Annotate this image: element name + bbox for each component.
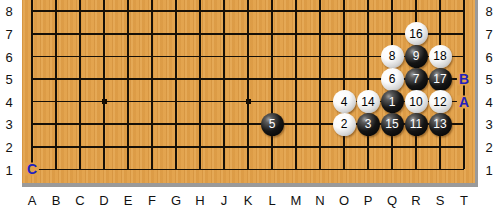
intersection-C4[interactable] bbox=[68, 90, 92, 113]
column-label-K: K bbox=[244, 194, 253, 207]
intersection-F8[interactable] bbox=[140, 0, 164, 23]
row-label-left-8: 8 bbox=[5, 5, 12, 18]
intersection-H2[interactable] bbox=[188, 136, 212, 159]
intersection-K6[interactable] bbox=[236, 45, 260, 68]
go-diagram: 1689186717B41411012A523151113C ABCDEFGHJ… bbox=[0, 0, 500, 212]
intersection-S6[interactable]: 18 bbox=[428, 45, 452, 68]
intersection-G1[interactable] bbox=[164, 158, 188, 181]
intersection-S2[interactable] bbox=[428, 136, 452, 159]
black-stone-Q4[interactable]: 1 bbox=[381, 90, 404, 113]
move-number: 18 bbox=[433, 50, 446, 62]
intersection-C8[interactable] bbox=[68, 0, 92, 23]
intersection-D1[interactable] bbox=[92, 158, 116, 181]
intersection-O5[interactable] bbox=[332, 68, 356, 91]
column-label-S: S bbox=[436, 194, 445, 207]
black-stone-P3[interactable]: 3 bbox=[357, 113, 380, 136]
intersection-J5[interactable] bbox=[212, 68, 236, 91]
intersection-F3[interactable] bbox=[140, 113, 164, 136]
intersection-G2[interactable] bbox=[164, 136, 188, 159]
column-label-L: L bbox=[268, 194, 275, 207]
move-number: 14 bbox=[361, 96, 374, 108]
intersection-F2[interactable] bbox=[140, 136, 164, 159]
intersection-B5[interactable] bbox=[44, 68, 68, 91]
intersection-A3[interactable] bbox=[20, 113, 44, 136]
intersection-B1[interactable] bbox=[44, 158, 68, 181]
intersection-N3[interactable] bbox=[308, 113, 332, 136]
row-label-right-2: 2 bbox=[485, 140, 492, 153]
row-label-left-7: 7 bbox=[5, 27, 12, 40]
intersection-N7[interactable] bbox=[308, 23, 332, 46]
intersection-M3[interactable] bbox=[284, 113, 308, 136]
star-point-K4 bbox=[246, 99, 251, 104]
intersection-H7[interactable] bbox=[188, 23, 212, 46]
row-label-left-6: 6 bbox=[5, 50, 12, 63]
intersection-T8[interactable] bbox=[452, 0, 476, 23]
intersection-R5[interactable]: 7 bbox=[404, 68, 428, 91]
intersection-L1[interactable] bbox=[260, 158, 284, 181]
intersection-P3[interactable]: 3 bbox=[356, 113, 380, 136]
intersection-C2[interactable] bbox=[68, 136, 92, 159]
move-number: 10 bbox=[409, 96, 422, 108]
move-number: 17 bbox=[433, 73, 446, 85]
intersection-L7[interactable] bbox=[260, 23, 284, 46]
intersection-H1[interactable] bbox=[188, 158, 212, 181]
intersection-M4[interactable] bbox=[284, 90, 308, 113]
intersection-P2[interactable] bbox=[356, 136, 380, 159]
white-stone-Q6[interactable]: 8 bbox=[381, 45, 404, 68]
intersection-K2[interactable] bbox=[236, 136, 260, 159]
intersection-J1[interactable] bbox=[212, 158, 236, 181]
row-label-right-3: 3 bbox=[485, 118, 492, 131]
intersection-L6[interactable] bbox=[260, 45, 284, 68]
move-number: 12 bbox=[433, 96, 446, 108]
white-stone-O4[interactable]: 4 bbox=[333, 90, 356, 113]
intersection-M6[interactable] bbox=[284, 45, 308, 68]
white-stone-R4[interactable]: 10 bbox=[405, 90, 428, 113]
intersection-Q4[interactable]: 1 bbox=[380, 90, 404, 113]
black-stone-L3[interactable]: 5 bbox=[261, 113, 284, 136]
intersection-A5[interactable] bbox=[20, 68, 44, 91]
intersection-P5[interactable] bbox=[356, 68, 380, 91]
intersection-R2[interactable] bbox=[404, 136, 428, 159]
intersection-S4[interactable]: 12 bbox=[428, 90, 452, 113]
intersection-J4[interactable] bbox=[212, 90, 236, 113]
intersection-K7[interactable] bbox=[236, 23, 260, 46]
intersection-C6[interactable] bbox=[68, 45, 92, 68]
black-stone-R3[interactable]: 11 bbox=[405, 113, 428, 136]
intersection-O6[interactable] bbox=[332, 45, 356, 68]
move-number: 6 bbox=[389, 73, 396, 85]
intersection-G7[interactable] bbox=[164, 23, 188, 46]
intersection-D8[interactable] bbox=[92, 0, 116, 23]
intersection-F7[interactable] bbox=[140, 23, 164, 46]
point-mark-A: A bbox=[457, 95, 471, 108]
intersection-K4[interactable] bbox=[236, 90, 260, 113]
board-grid: 1689186717B41411012A523151113C bbox=[20, 0, 476, 181]
intersection-C1[interactable] bbox=[68, 158, 92, 181]
intersection-R4[interactable]: 10 bbox=[404, 90, 428, 113]
intersection-H6[interactable] bbox=[188, 45, 212, 68]
intersection-P1[interactable] bbox=[356, 158, 380, 181]
intersection-H5[interactable] bbox=[188, 68, 212, 91]
intersection-M8[interactable] bbox=[284, 0, 308, 23]
black-stone-R5[interactable]: 7 bbox=[405, 68, 428, 91]
column-label-H: H bbox=[195, 194, 204, 207]
move-number: 16 bbox=[409, 28, 422, 40]
point-mark-B: B bbox=[457, 73, 471, 86]
intersection-G4[interactable] bbox=[164, 90, 188, 113]
row-label-right-1: 1 bbox=[485, 163, 492, 176]
intersection-B4[interactable] bbox=[44, 90, 68, 113]
intersection-O7[interactable] bbox=[332, 23, 356, 46]
intersection-B7[interactable] bbox=[44, 23, 68, 46]
column-label-A: A bbox=[28, 194, 37, 207]
intersection-S7[interactable] bbox=[428, 23, 452, 46]
intersection-Q2[interactable] bbox=[380, 136, 404, 159]
column-label-F: F bbox=[148, 194, 156, 207]
intersection-Q6[interactable]: 8 bbox=[380, 45, 404, 68]
intersection-C5[interactable] bbox=[68, 68, 92, 91]
row-label-right-7: 7 bbox=[485, 27, 492, 40]
intersection-O4[interactable]: 4 bbox=[332, 90, 356, 113]
move-number: 2 bbox=[341, 118, 348, 130]
white-stone-S6[interactable]: 18 bbox=[429, 45, 452, 68]
row-label-left-5: 5 bbox=[5, 73, 12, 86]
intersection-F5[interactable] bbox=[140, 68, 164, 91]
intersection-F1[interactable] bbox=[140, 158, 164, 181]
intersection-T6[interactable] bbox=[452, 45, 476, 68]
column-label-J: J bbox=[221, 194, 228, 207]
intersection-T5[interactable]: B bbox=[452, 68, 476, 91]
intersection-O1[interactable] bbox=[332, 158, 356, 181]
intersection-L2[interactable] bbox=[260, 136, 284, 159]
intersection-A2[interactable] bbox=[20, 136, 44, 159]
intersection-J8[interactable] bbox=[212, 0, 236, 23]
intersection-E3[interactable] bbox=[116, 113, 140, 136]
move-number: 5 bbox=[269, 118, 276, 130]
intersection-R3[interactable]: 11 bbox=[404, 113, 428, 136]
intersection-S8[interactable] bbox=[428, 0, 452, 23]
column-label-E: E bbox=[124, 194, 133, 207]
intersection-L5[interactable] bbox=[260, 68, 284, 91]
intersection-J3[interactable] bbox=[212, 113, 236, 136]
intersection-P6[interactable] bbox=[356, 45, 380, 68]
intersection-B2[interactable] bbox=[44, 136, 68, 159]
intersection-R7[interactable]: 16 bbox=[404, 23, 428, 46]
intersection-T1[interactable] bbox=[452, 158, 476, 181]
black-stone-Q3[interactable]: 15 bbox=[381, 113, 404, 136]
intersection-E5[interactable] bbox=[116, 68, 140, 91]
intersection-J6[interactable] bbox=[212, 45, 236, 68]
row-label-left-4: 4 bbox=[5, 95, 12, 108]
intersection-N6[interactable] bbox=[308, 45, 332, 68]
intersection-S5[interactable]: 17 bbox=[428, 68, 452, 91]
row-label-right-4: 4 bbox=[485, 95, 492, 108]
intersection-C3[interactable] bbox=[68, 113, 92, 136]
column-label-O: O bbox=[339, 194, 349, 207]
move-number: 9 bbox=[413, 50, 420, 62]
intersection-Q1[interactable] bbox=[380, 158, 404, 181]
intersection-N1[interactable] bbox=[308, 158, 332, 181]
intersection-M2[interactable] bbox=[284, 136, 308, 159]
row-label-left-3: 3 bbox=[5, 118, 12, 131]
intersection-H3[interactable] bbox=[188, 113, 212, 136]
black-stone-S5[interactable]: 17 bbox=[429, 68, 452, 91]
intersection-A7[interactable] bbox=[20, 23, 44, 46]
column-label-C: C bbox=[75, 194, 84, 207]
column-label-Q: Q bbox=[387, 194, 397, 207]
intersection-L3[interactable]: 5 bbox=[260, 113, 284, 136]
intersection-O2[interactable] bbox=[332, 136, 356, 159]
intersection-A8[interactable] bbox=[20, 0, 44, 23]
intersection-J2[interactable] bbox=[212, 136, 236, 159]
intersection-D2[interactable] bbox=[92, 136, 116, 159]
move-number: 15 bbox=[385, 118, 398, 130]
move-number: 3 bbox=[365, 118, 372, 130]
intersection-R8[interactable] bbox=[404, 0, 428, 23]
intersection-M1[interactable] bbox=[284, 158, 308, 181]
intersection-N4[interactable] bbox=[308, 90, 332, 113]
intersection-K1[interactable] bbox=[236, 158, 260, 181]
column-label-R: R bbox=[411, 194, 420, 207]
intersection-H4[interactable] bbox=[188, 90, 212, 113]
intersection-E4[interactable] bbox=[116, 90, 140, 113]
intersection-D5[interactable] bbox=[92, 68, 116, 91]
intersection-E8[interactable] bbox=[116, 0, 140, 23]
intersection-A6[interactable] bbox=[20, 45, 44, 68]
intersection-D6[interactable] bbox=[92, 45, 116, 68]
intersection-A4[interactable] bbox=[20, 90, 44, 113]
column-label-P: P bbox=[364, 194, 373, 207]
intersection-O8[interactable] bbox=[332, 0, 356, 23]
intersection-M7[interactable] bbox=[284, 23, 308, 46]
intersection-B8[interactable] bbox=[44, 0, 68, 23]
move-number: 7 bbox=[413, 73, 420, 85]
move-number: 4 bbox=[341, 96, 348, 108]
white-stone-R7[interactable]: 16 bbox=[405, 22, 428, 45]
intersection-P4[interactable]: 14 bbox=[356, 90, 380, 113]
intersection-E1[interactable] bbox=[116, 158, 140, 181]
intersection-E6[interactable] bbox=[116, 45, 140, 68]
intersection-F6[interactable] bbox=[140, 45, 164, 68]
intersection-H8[interactable] bbox=[188, 0, 212, 23]
move-number: 11 bbox=[410, 118, 422, 130]
intersection-Q8[interactable] bbox=[380, 0, 404, 23]
move-number: 8 bbox=[389, 50, 396, 62]
intersection-R6[interactable]: 9 bbox=[404, 45, 428, 68]
column-label-G: G bbox=[171, 194, 181, 207]
white-stone-S4[interactable]: 12 bbox=[429, 90, 452, 113]
white-stone-O3[interactable]: 2 bbox=[333, 113, 356, 136]
intersection-E2[interactable] bbox=[116, 136, 140, 159]
black-stone-S3[interactable]: 13 bbox=[429, 113, 452, 136]
intersection-N2[interactable] bbox=[308, 136, 332, 159]
intersection-F4[interactable] bbox=[140, 90, 164, 113]
move-number: 1 bbox=[389, 96, 396, 108]
row-label-right-8: 8 bbox=[485, 5, 492, 18]
white-stone-P4[interactable]: 14 bbox=[357, 90, 380, 113]
row-label-right-6: 6 bbox=[485, 50, 492, 63]
intersection-L4[interactable] bbox=[260, 90, 284, 113]
intersection-D4[interactable] bbox=[92, 90, 116, 113]
column-label-T: T bbox=[460, 194, 468, 207]
intersection-Q5[interactable]: 6 bbox=[380, 68, 404, 91]
intersection-G8[interactable] bbox=[164, 0, 188, 23]
row-label-right-5: 5 bbox=[485, 73, 492, 86]
row-label-left-2: 2 bbox=[5, 140, 12, 153]
black-stone-R6[interactable]: 9 bbox=[405, 45, 428, 68]
intersection-P8[interactable] bbox=[356, 0, 380, 23]
go-board: 1689186717B41411012A523151113C bbox=[22, 0, 478, 187]
intersection-D7[interactable] bbox=[92, 23, 116, 46]
intersection-G6[interactable] bbox=[164, 45, 188, 68]
intersection-K3[interactable] bbox=[236, 113, 260, 136]
intersection-T3[interactable] bbox=[452, 113, 476, 136]
intersection-S1[interactable] bbox=[428, 158, 452, 181]
intersection-Q7[interactable] bbox=[380, 23, 404, 46]
intersection-L8[interactable] bbox=[260, 0, 284, 23]
intersection-N8[interactable] bbox=[308, 0, 332, 23]
intersection-R1[interactable] bbox=[404, 158, 428, 181]
intersection-A1[interactable]: C bbox=[20, 158, 44, 181]
intersection-T4[interactable]: A bbox=[452, 90, 476, 113]
intersection-K5[interactable] bbox=[236, 68, 260, 91]
row-label-left-1: 1 bbox=[5, 163, 12, 176]
intersection-N5[interactable] bbox=[308, 68, 332, 91]
intersection-G5[interactable] bbox=[164, 68, 188, 91]
intersection-J7[interactable] bbox=[212, 23, 236, 46]
column-label-D: D bbox=[99, 194, 108, 207]
intersection-T2[interactable] bbox=[452, 136, 476, 159]
intersection-G3[interactable] bbox=[164, 113, 188, 136]
point-mark-C: C bbox=[25, 163, 39, 176]
intersection-P7[interactable] bbox=[356, 23, 380, 46]
intersection-T7[interactable] bbox=[452, 23, 476, 46]
intersection-D3[interactable] bbox=[92, 113, 116, 136]
intersection-M5[interactable] bbox=[284, 68, 308, 91]
column-label-B: B bbox=[52, 194, 61, 207]
move-number: 13 bbox=[433, 118, 446, 130]
intersection-C7[interactable] bbox=[68, 23, 92, 46]
star-point-D4 bbox=[102, 99, 107, 104]
column-label-M: M bbox=[291, 194, 302, 207]
intersection-Q3[interactable]: 15 bbox=[380, 113, 404, 136]
column-label-N: N bbox=[315, 194, 324, 207]
intersection-B6[interactable] bbox=[44, 45, 68, 68]
white-stone-Q5[interactable]: 6 bbox=[381, 68, 404, 91]
intersection-K8[interactable] bbox=[236, 0, 260, 23]
intersection-E7[interactable] bbox=[116, 23, 140, 46]
intersection-S3[interactable]: 13 bbox=[428, 113, 452, 136]
intersection-O3[interactable]: 2 bbox=[332, 113, 356, 136]
intersection-B3[interactable] bbox=[44, 113, 68, 136]
